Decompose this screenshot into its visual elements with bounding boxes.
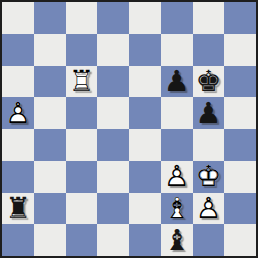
white-rook-fill: ♜ (66, 66, 98, 98)
square-b5[interactable] (34, 97, 66, 129)
square-h3[interactable] (224, 161, 256, 193)
square-b1[interactable] (34, 224, 66, 256)
square-d2[interactable] (97, 193, 129, 225)
square-d4[interactable] (97, 129, 129, 161)
black-pawn[interactable]: ♟ (161, 66, 193, 98)
square-a4[interactable] (2, 129, 34, 161)
square-e2[interactable] (129, 193, 161, 225)
square-a6[interactable] (2, 66, 34, 98)
square-d1[interactable] (97, 224, 129, 256)
white-bishop-fill: ♝ (161, 193, 193, 225)
square-f1[interactable]: ♝ (161, 224, 193, 256)
white-pawn[interactable]: ♙ (161, 161, 193, 193)
square-g3[interactable]: ♚♔ (193, 161, 225, 193)
white-rook[interactable]: ♖ (66, 66, 98, 98)
square-g7[interactable] (193, 34, 225, 66)
square-e6[interactable] (129, 66, 161, 98)
square-f3[interactable]: ♟♙ (161, 161, 193, 193)
square-d8[interactable] (97, 2, 129, 34)
square-b2[interactable] (34, 193, 66, 225)
square-b6[interactable] (34, 66, 66, 98)
square-b3[interactable] (34, 161, 66, 193)
black-king[interactable]: ♚ (193, 66, 225, 98)
square-a5[interactable]: ♟♙ (2, 97, 34, 129)
square-h8[interactable] (224, 2, 256, 34)
square-e7[interactable] (129, 34, 161, 66)
black-pawn[interactable]: ♟ (193, 97, 225, 129)
white-pawn-fill: ♟ (161, 161, 193, 193)
square-e5[interactable] (129, 97, 161, 129)
chess-board-screenshot: ♜♖♟♚♟♙♟♟♙♚♔♜♝♗♟♙♝ (0, 0, 258, 258)
square-f2[interactable]: ♝♗ (161, 193, 193, 225)
square-c3[interactable] (66, 161, 98, 193)
white-pawn-fill: ♟ (2, 97, 34, 129)
square-g2[interactable]: ♟♙ (193, 193, 225, 225)
square-b7[interactable] (34, 34, 66, 66)
square-e8[interactable] (129, 2, 161, 34)
square-f8[interactable] (161, 2, 193, 34)
square-g8[interactable] (193, 2, 225, 34)
square-e3[interactable] (129, 161, 161, 193)
square-h6[interactable] (224, 66, 256, 98)
square-d3[interactable] (97, 161, 129, 193)
square-c7[interactable] (66, 34, 98, 66)
square-a3[interactable] (2, 161, 34, 193)
square-f4[interactable] (161, 129, 193, 161)
square-b8[interactable] (34, 2, 66, 34)
square-c8[interactable] (66, 2, 98, 34)
chess-board: ♜♖♟♚♟♙♟♟♙♚♔♜♝♗♟♙♝ (0, 0, 258, 258)
black-bishop[interactable]: ♝ (161, 224, 193, 256)
white-bishop[interactable]: ♗ (161, 193, 193, 225)
white-pawn[interactable]: ♙ (193, 193, 225, 225)
square-d6[interactable] (97, 66, 129, 98)
black-rook[interactable]: ♜ (2, 193, 34, 225)
white-king[interactable]: ♔ (193, 161, 225, 193)
square-e4[interactable] (129, 129, 161, 161)
square-a8[interactable] (2, 2, 34, 34)
square-h2[interactable] (224, 193, 256, 225)
square-g6[interactable]: ♚ (193, 66, 225, 98)
white-pawn-fill: ♟ (193, 193, 225, 225)
square-d5[interactable] (97, 97, 129, 129)
square-d7[interactable] (97, 34, 129, 66)
square-a1[interactable] (2, 224, 34, 256)
square-c1[interactable] (66, 224, 98, 256)
square-a2[interactable]: ♜ (2, 193, 34, 225)
square-c2[interactable] (66, 193, 98, 225)
square-h7[interactable] (224, 34, 256, 66)
square-g5[interactable]: ♟ (193, 97, 225, 129)
square-h4[interactable] (224, 129, 256, 161)
square-g1[interactable] (193, 224, 225, 256)
square-c6[interactable]: ♜♖ (66, 66, 98, 98)
square-h1[interactable] (224, 224, 256, 256)
white-pawn[interactable]: ♙ (2, 97, 34, 129)
square-a7[interactable] (2, 34, 34, 66)
square-c5[interactable] (66, 97, 98, 129)
white-king-fill: ♚ (193, 161, 225, 193)
square-f7[interactable] (161, 34, 193, 66)
square-e1[interactable] (129, 224, 161, 256)
square-f5[interactable] (161, 97, 193, 129)
square-c4[interactable] (66, 129, 98, 161)
square-g4[interactable] (193, 129, 225, 161)
square-b4[interactable] (34, 129, 66, 161)
square-h5[interactable] (224, 97, 256, 129)
square-f6[interactable]: ♟ (161, 66, 193, 98)
